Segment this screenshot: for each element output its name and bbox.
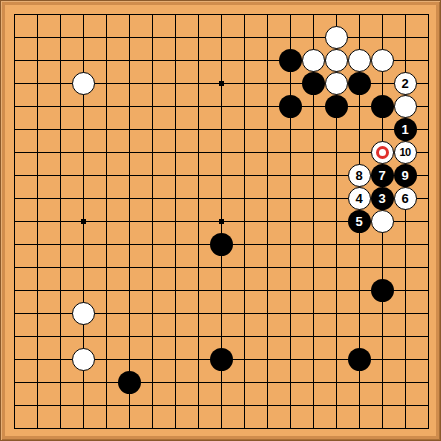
stone-black	[210, 348, 233, 371]
stone-black	[279, 49, 302, 72]
stone-white	[371, 210, 394, 233]
stone-black: 1	[394, 118, 417, 141]
move-number: 7	[378, 169, 385, 182]
stone-black	[118, 371, 141, 394]
move-number: 6	[401, 192, 408, 205]
stone-black: 3	[371, 187, 394, 210]
move-number: 3	[378, 192, 385, 205]
move-number: 5	[355, 215, 362, 228]
stone-black	[302, 72, 325, 95]
stone-white	[72, 348, 95, 371]
move-number: 10	[399, 147, 410, 158]
stone-white-marked	[371, 141, 394, 164]
circle-mark-icon	[376, 146, 389, 159]
move-number: 8	[355, 169, 362, 182]
go-board: 21108794365	[5, 5, 436, 436]
stone-white	[72, 72, 95, 95]
go-diagram: 21108794365	[0, 0, 441, 441]
move-number: 2	[401, 77, 408, 90]
stone-white: 6	[394, 187, 417, 210]
stone-black: 9	[394, 164, 417, 187]
stones-layer: 21108794365	[3, 3, 440, 440]
stone-white: 2	[394, 72, 417, 95]
stone-white	[348, 49, 371, 72]
board-frame: 21108794365	[0, 0, 441, 441]
stone-black	[325, 95, 348, 118]
stone-black	[371, 95, 394, 118]
stone-black	[348, 348, 371, 371]
stone-white	[394, 95, 417, 118]
stone-black	[210, 233, 233, 256]
stone-white	[325, 26, 348, 49]
move-number: 4	[355, 192, 362, 205]
stone-white: 4	[348, 187, 371, 210]
stone-black	[371, 279, 394, 302]
stone-black: 5	[348, 210, 371, 233]
stone-white	[325, 72, 348, 95]
move-number: 1	[401, 123, 408, 136]
stone-black	[348, 72, 371, 95]
stone-white	[72, 302, 95, 325]
stone-white	[325, 49, 348, 72]
stone-black	[279, 95, 302, 118]
stone-white: 10	[394, 141, 417, 164]
stone-white	[302, 49, 325, 72]
stone-white: 8	[348, 164, 371, 187]
move-number: 9	[401, 169, 408, 182]
stone-white	[371, 49, 394, 72]
stone-black: 7	[371, 164, 394, 187]
